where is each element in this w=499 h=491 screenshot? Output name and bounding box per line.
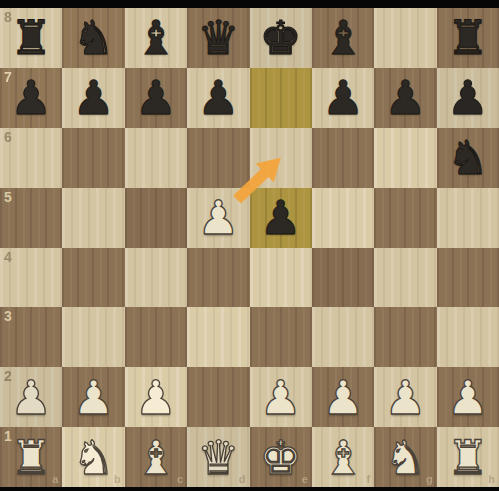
- square-g1[interactable]: ♞g: [374, 427, 436, 487]
- square-g7[interactable]: ♟: [374, 68, 436, 128]
- square-g6[interactable]: [374, 128, 436, 188]
- piece-black-pawn-b7[interactable]: ♟: [72, 74, 114, 121]
- file-label-g: g: [426, 474, 433, 485]
- letterbox-top: [0, 0, 499, 8]
- square-d7[interactable]: ♟: [187, 68, 249, 128]
- square-h6[interactable]: ♞: [437, 128, 499, 188]
- square-d2[interactable]: [187, 367, 249, 427]
- square-b4[interactable]: [62, 248, 124, 308]
- square-a8[interactable]: ♜8: [0, 8, 62, 68]
- square-e2[interactable]: ♟: [250, 367, 312, 427]
- piece-black-pawn-f7[interactable]: ♟: [322, 74, 364, 121]
- square-a4[interactable]: 4: [0, 248, 62, 308]
- square-e7[interactable]: [250, 68, 312, 128]
- square-f4[interactable]: [312, 248, 374, 308]
- file-label-f: f: [367, 474, 371, 485]
- square-a6[interactable]: 6: [0, 128, 62, 188]
- rank-label-6: 6: [4, 130, 12, 144]
- square-f1[interactable]: ♝f: [312, 427, 374, 487]
- piece-white-pawn-h2[interactable]: ♟: [447, 374, 489, 421]
- square-c4[interactable]: [125, 248, 187, 308]
- square-f2[interactable]: ♟: [312, 367, 374, 427]
- piece-black-pawn-g7[interactable]: ♟: [384, 74, 426, 121]
- piece-white-pawn-g2[interactable]: ♟: [384, 374, 426, 421]
- square-c6[interactable]: [125, 128, 187, 188]
- piece-white-pawn-a2[interactable]: ♟: [10, 374, 52, 421]
- piece-black-pawn-e5[interactable]: ♟: [260, 194, 302, 241]
- square-h7[interactable]: ♟: [437, 68, 499, 128]
- piece-black-bishop-f8[interactable]: ♝: [322, 14, 364, 61]
- square-h2[interactable]: ♟: [437, 367, 499, 427]
- piece-black-bishop-c8[interactable]: ♝: [135, 14, 177, 61]
- square-g4[interactable]: [374, 248, 436, 308]
- rank-label-5: 5: [4, 190, 12, 204]
- piece-black-pawn-d7[interactable]: ♟: [197, 74, 239, 121]
- piece-black-rook-a8[interactable]: ♜: [10, 14, 52, 61]
- square-a5[interactable]: 5: [0, 188, 62, 248]
- piece-black-knight-h6[interactable]: ♞: [447, 134, 489, 181]
- square-c7[interactable]: ♟: [125, 68, 187, 128]
- file-label-h: h: [488, 474, 495, 485]
- piece-black-knight-b8[interactable]: ♞: [72, 14, 114, 61]
- square-b1[interactable]: ♞b: [62, 427, 124, 487]
- square-d1[interactable]: ♛d: [187, 427, 249, 487]
- square-a1[interactable]: ♜1a: [0, 427, 62, 487]
- rank-label-7: 7: [4, 70, 12, 84]
- piece-white-queen-d1[interactable]: ♛: [197, 434, 239, 481]
- chess-app-screen: ♜8♞♝♛♚♝♜♟7♟♟♟♟♟♟6♞5♟♟43♟2♟♟♟♟♟♟♜1a♞b♝c♛d…: [0, 0, 499, 491]
- square-d6[interactable]: [187, 128, 249, 188]
- square-b7[interactable]: ♟: [62, 68, 124, 128]
- square-f8[interactable]: ♝: [312, 8, 374, 68]
- square-b2[interactable]: ♟: [62, 367, 124, 427]
- piece-white-pawn-b2[interactable]: ♟: [72, 374, 114, 421]
- square-c8[interactable]: ♝: [125, 8, 187, 68]
- letterbox-bottom: [0, 487, 499, 491]
- square-g5[interactable]: [374, 188, 436, 248]
- piece-white-pawn-d5[interactable]: ♟: [197, 194, 239, 241]
- file-label-e: e: [302, 474, 308, 485]
- piece-black-rook-h8[interactable]: ♜: [447, 14, 489, 61]
- rank-label-8: 8: [4, 10, 12, 24]
- square-d3[interactable]: [187, 307, 249, 367]
- file-label-b: b: [114, 474, 121, 485]
- piece-white-rook-a1[interactable]: ♜: [10, 434, 52, 481]
- square-g8[interactable]: [374, 8, 436, 68]
- rank-label-1: 1: [4, 429, 12, 443]
- rank-label-3: 3: [4, 309, 12, 323]
- square-d5[interactable]: ♟: [187, 188, 249, 248]
- square-h8[interactable]: ♜: [437, 8, 499, 68]
- piece-white-bishop-c1[interactable]: ♝: [135, 434, 177, 481]
- square-c3[interactable]: [125, 307, 187, 367]
- square-a3[interactable]: 3: [0, 307, 62, 367]
- square-e4[interactable]: [250, 248, 312, 308]
- piece-black-pawn-a7[interactable]: ♟: [10, 74, 52, 121]
- rank-label-4: 4: [4, 250, 12, 264]
- square-f3[interactable]: [312, 307, 374, 367]
- piece-black-pawn-h7[interactable]: ♟: [447, 74, 489, 121]
- square-h3[interactable]: [437, 307, 499, 367]
- square-g2[interactable]: ♟: [374, 367, 436, 427]
- square-b6[interactable]: [62, 128, 124, 188]
- square-f5[interactable]: [312, 188, 374, 248]
- piece-white-pawn-f2[interactable]: ♟: [322, 374, 364, 421]
- chess-board[interactable]: ♜8♞♝♛♚♝♜♟7♟♟♟♟♟♟6♞5♟♟43♟2♟♟♟♟♟♟♜1a♞b♝c♛d…: [0, 8, 499, 487]
- square-c5[interactable]: [125, 188, 187, 248]
- square-a2[interactable]: ♟2: [0, 367, 62, 427]
- square-f7[interactable]: ♟: [312, 68, 374, 128]
- piece-white-pawn-e2[interactable]: ♟: [260, 374, 302, 421]
- piece-white-bishop-f1[interactable]: ♝: [322, 434, 364, 481]
- square-f6[interactable]: [312, 128, 374, 188]
- file-label-a: a: [52, 474, 58, 485]
- piece-black-queen-d8[interactable]: ♛: [197, 14, 239, 61]
- square-e1[interactable]: ♚e: [250, 427, 312, 487]
- piece-white-knight-g1[interactable]: ♞: [384, 434, 426, 481]
- square-c2[interactable]: ♟: [125, 367, 187, 427]
- square-e3[interactable]: [250, 307, 312, 367]
- square-b5[interactable]: [62, 188, 124, 248]
- square-d4[interactable]: [187, 248, 249, 308]
- square-h5[interactable]: [437, 188, 499, 248]
- square-a7[interactable]: ♟7: [0, 68, 62, 128]
- square-c1[interactable]: ♝c: [125, 427, 187, 487]
- file-label-d: d: [239, 474, 246, 485]
- piece-white-rook-h1[interactable]: ♜: [447, 434, 489, 481]
- piece-black-king-e8[interactable]: ♚: [260, 14, 302, 61]
- square-e8[interactable]: ♚: [250, 8, 312, 68]
- square-b3[interactable]: [62, 307, 124, 367]
- file-label-c: c: [177, 474, 183, 485]
- piece-white-king-e1[interactable]: ♚: [260, 434, 302, 481]
- square-e6[interactable]: [250, 128, 312, 188]
- rank-label-2: 2: [4, 369, 12, 383]
- piece-white-pawn-c2[interactable]: ♟: [135, 374, 177, 421]
- square-h1[interactable]: ♜h: [437, 427, 499, 487]
- square-e5[interactable]: ♟: [250, 188, 312, 248]
- square-g3[interactable]: [374, 307, 436, 367]
- piece-white-knight-b1[interactable]: ♞: [72, 434, 114, 481]
- square-h4[interactable]: [437, 248, 499, 308]
- square-d8[interactable]: ♛: [187, 8, 249, 68]
- piece-black-pawn-c7[interactable]: ♟: [135, 74, 177, 121]
- square-b8[interactable]: ♞: [62, 8, 124, 68]
